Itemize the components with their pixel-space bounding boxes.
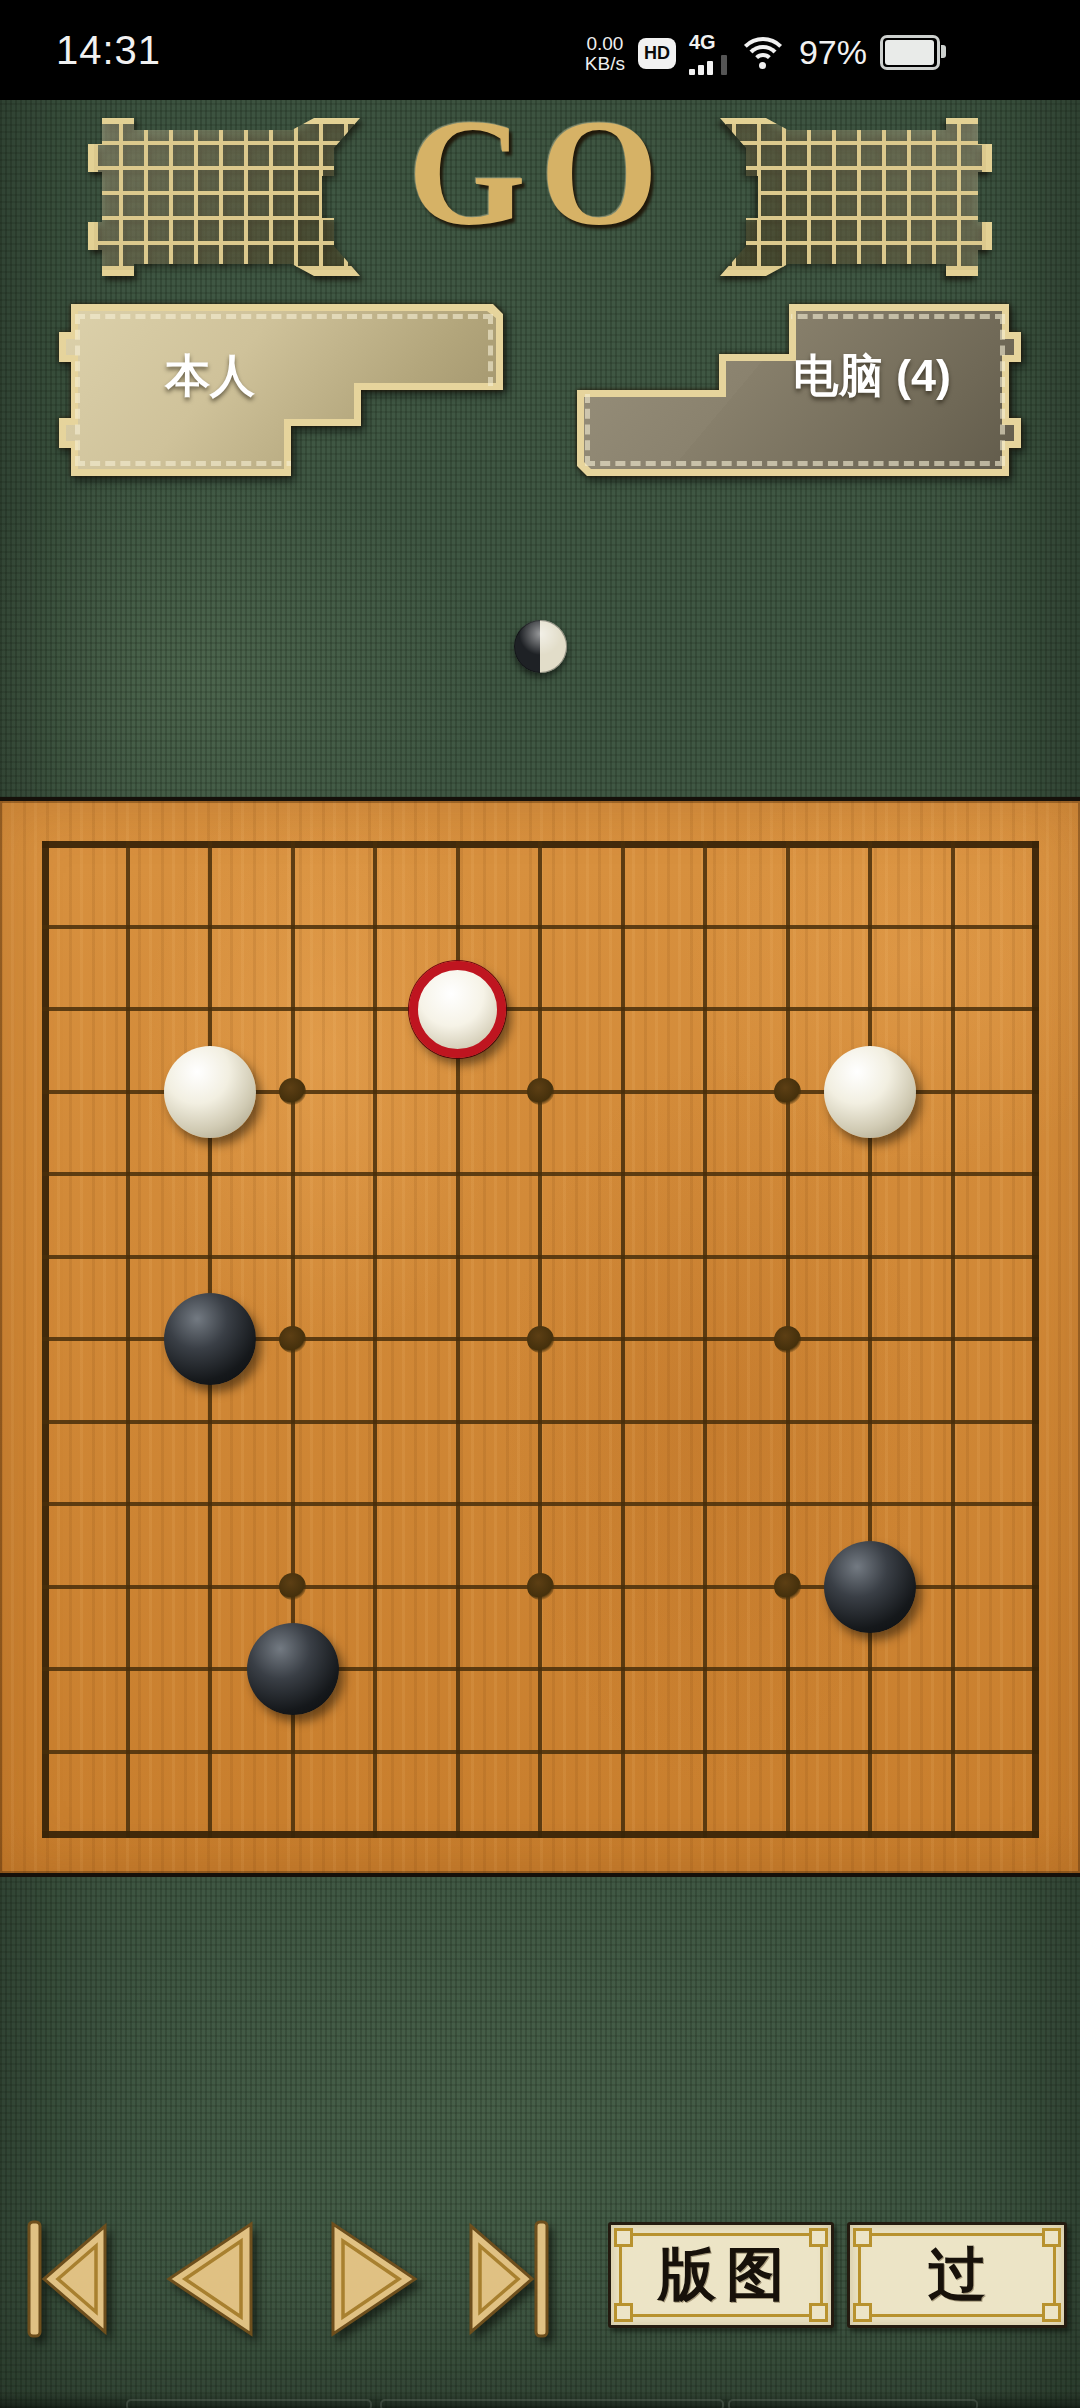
territory-button[interactable]: 版图 — [608, 2222, 834, 2328]
player-left-panel: 本人 — [57, 300, 507, 480]
black-stone — [824, 1541, 916, 1633]
go-board[interactable] — [0, 797, 1080, 1877]
network-type-label: 4G — [689, 32, 716, 52]
black-white-stone-icon — [514, 620, 567, 673]
clock: 14:31 — [56, 28, 161, 73]
star-point — [774, 1326, 801, 1353]
status-icons: 0.00 KB/s HD 4G 97% — [585, 0, 940, 100]
pass-button[interactable]: 过 — [847, 2222, 1067, 2328]
grid-line — [42, 1750, 1039, 1754]
grid-line — [951, 841, 955, 1838]
star-point — [774, 1078, 801, 1105]
nav-next-button[interactable] — [328, 2220, 420, 2338]
grid-line — [621, 841, 625, 1838]
hd-voice-icon: HD — [638, 38, 676, 69]
star-point — [279, 1573, 306, 1600]
star-point — [527, 1573, 554, 1600]
battery-percent: 97% — [799, 33, 867, 72]
player-right-name: 电脑 (4) — [794, 346, 952, 406]
header: GO — [0, 100, 1080, 295]
network-speed: 0.00 KB/s — [585, 34, 625, 74]
star-point — [527, 1078, 554, 1105]
controls-bar: 版图 过 — [0, 2218, 1080, 2342]
white-stone — [164, 1046, 256, 1138]
player-right-panel: 电脑 (4) — [573, 300, 1023, 480]
wifi-icon — [740, 37, 786, 71]
grid-line — [42, 1420, 1039, 1424]
star-point — [279, 1326, 306, 1353]
grid-line — [1032, 841, 1039, 1838]
grid-line — [42, 1831, 1039, 1838]
star-point — [774, 1573, 801, 1600]
pass-button-label: 过 — [918, 2236, 996, 2314]
cellular-signal-icon: 4G — [689, 32, 727, 75]
nav-first-button[interactable] — [26, 2220, 108, 2338]
nav-last-button[interactable] — [468, 2220, 550, 2338]
status-bar: 14:31 0.00 KB/s HD 4G 97% — [0, 0, 1080, 100]
white-stone — [824, 1046, 916, 1138]
star-point — [279, 1078, 306, 1105]
grid-line — [42, 1502, 1039, 1506]
black-stone — [164, 1293, 256, 1385]
white-stone-last-move — [409, 961, 506, 1058]
app-screen: 14:31 0.00 KB/s HD 4G 97% GO 本人 — [0, 0, 1080, 2408]
grid-line — [868, 841, 872, 1838]
players-banner: 本人 电脑 (4) — [0, 300, 1080, 484]
player-left-name: 本人 — [165, 346, 255, 406]
battery-icon — [880, 35, 940, 70]
grid-line — [703, 841, 707, 1838]
network-speed-unit: KB/s — [585, 54, 625, 74]
grid-line — [42, 1667, 1039, 1671]
star-point — [527, 1326, 554, 1353]
system-nav-hint — [0, 2392, 1080, 2408]
territory-button-label: 版图 — [648, 2236, 794, 2314]
lattice-ornament-right — [720, 118, 992, 276]
nav-prev-button[interactable] — [164, 2220, 256, 2338]
black-stone — [247, 1623, 339, 1715]
network-speed-value: 0.00 — [586, 34, 623, 54]
